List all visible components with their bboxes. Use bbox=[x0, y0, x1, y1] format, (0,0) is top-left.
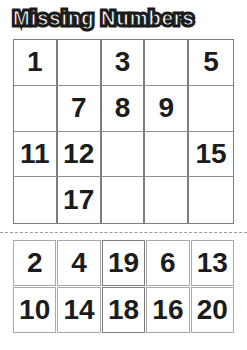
grid-cell-r3c5: 15 bbox=[189, 132, 233, 178]
grid-cell-empty-r4c4[interactable] bbox=[145, 177, 189, 223]
grid-cell-r2c4: 9 bbox=[145, 86, 189, 132]
number-grid: 1 3 5 7 8 9 11 12 15 17 bbox=[13, 39, 234, 224]
grid-cell-empty-r4c1[interactable] bbox=[14, 177, 58, 223]
answer-bank: 2 4 19 6 13 10 14 18 16 20 bbox=[13, 240, 234, 333]
grid-cell-empty-r4c3[interactable] bbox=[102, 177, 146, 223]
grid-cell-r2c2: 7 bbox=[58, 86, 102, 132]
page-title: Missing Numbers bbox=[13, 7, 195, 30]
grid-cell-r1c1: 1 bbox=[14, 40, 58, 86]
grid-cell-r2c3: 8 bbox=[102, 86, 146, 132]
grid-cell-empty-r2c1[interactable] bbox=[14, 86, 58, 132]
answer-card-19[interactable]: 19 bbox=[102, 240, 145, 286]
grid-cell-empty-r4c5[interactable] bbox=[189, 177, 233, 223]
answer-card-4[interactable]: 4 bbox=[57, 240, 100, 286]
grid-cell-empty-r3c3[interactable] bbox=[102, 132, 146, 178]
grid-cell-r3c1: 11 bbox=[14, 132, 58, 178]
grid-cell-empty-r1c4[interactable] bbox=[145, 40, 189, 86]
answer-card-2[interactable]: 2 bbox=[13, 240, 56, 286]
answer-card-18[interactable]: 18 bbox=[102, 287, 145, 333]
grid-cell-empty-r1c2[interactable] bbox=[58, 40, 102, 86]
grid-cell-r4c2: 17 bbox=[58, 177, 102, 223]
answer-card-10[interactable]: 10 bbox=[13, 287, 56, 333]
grid-cell-empty-r3c4[interactable] bbox=[145, 132, 189, 178]
answer-card-14[interactable]: 14 bbox=[57, 287, 100, 333]
dashed-cut-line bbox=[0, 232, 247, 233]
worksheet-page: Missing Numbers 1 3 5 7 8 9 11 12 15 17 … bbox=[0, 0, 247, 350]
grid-cell-r3c2: 12 bbox=[58, 132, 102, 178]
grid-cell-empty-r2c5[interactable] bbox=[189, 86, 233, 132]
answer-card-13[interactable]: 13 bbox=[191, 240, 234, 286]
answer-card-16[interactable]: 16 bbox=[146, 287, 189, 333]
grid-cell-r1c3: 3 bbox=[102, 40, 146, 86]
answer-card-6[interactable]: 6 bbox=[146, 240, 189, 286]
grid-cell-r1c5: 5 bbox=[189, 40, 233, 86]
answer-card-20[interactable]: 20 bbox=[191, 287, 234, 333]
